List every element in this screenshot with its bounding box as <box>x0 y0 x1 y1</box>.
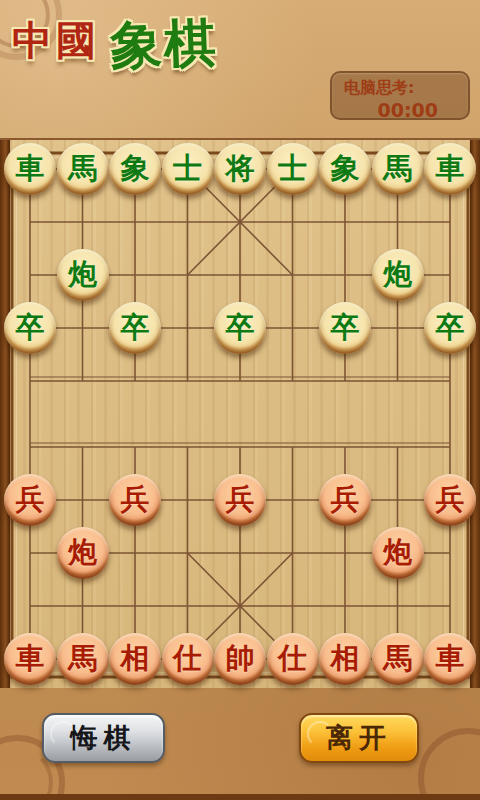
piece-red-f2-r10[interactable]: 馬 <box>57 633 109 685</box>
piece-character: 馬 <box>68 644 97 673</box>
piece-red-f3-r10[interactable]: 相 <box>109 633 161 685</box>
piece-red-f2-r8[interactable]: 炮 <box>57 527 109 579</box>
piece-character: 炮 <box>68 538 97 567</box>
piece-green-f7-r4[interactable]: 卒 <box>319 302 371 354</box>
xiangqi-game-screen: { "game": "xiangqi", "title": { "part_re… <box>0 0 480 800</box>
piece-green-f5-r4[interactable]: 卒 <box>214 302 266 354</box>
piece-character: 帥 <box>226 644 255 673</box>
piece-character: 象 <box>331 154 360 183</box>
piece-green-f9-r1[interactable]: 車 <box>424 143 476 195</box>
piece-green-f9-r4[interactable]: 卒 <box>424 302 476 354</box>
piece-character: 卒 <box>16 313 45 342</box>
piece-red-f3-r7[interactable]: 兵 <box>109 474 161 526</box>
piece-character: 相 <box>121 644 150 673</box>
piece-character: 車 <box>16 644 45 673</box>
piece-green-f3-r1[interactable]: 象 <box>109 143 161 195</box>
piece-character: 兵 <box>436 485 465 514</box>
piece-character: 象 <box>121 154 150 183</box>
piece-red-f8-r10[interactable]: 馬 <box>372 633 424 685</box>
piece-red-f1-r10[interactable]: 車 <box>4 633 56 685</box>
piece-character: 兵 <box>16 485 45 514</box>
parchment-swirl-decoration <box>418 728 480 800</box>
piece-character: 炮 <box>383 260 412 289</box>
piece-character: 車 <box>436 644 465 673</box>
piece-green-f8-r1[interactable]: 馬 <box>372 143 424 195</box>
piece-red-f5-r10[interactable]: 帥 <box>214 633 266 685</box>
piece-red-f4-r10[interactable]: 仕 <box>162 633 214 685</box>
piece-character: 馬 <box>383 154 412 183</box>
piece-character: 卒 <box>121 313 150 342</box>
piece-character: 卒 <box>436 313 465 342</box>
piece-character: 馬 <box>68 154 97 183</box>
piece-character: 卒 <box>331 313 360 342</box>
piece-green-f5-r1[interactable]: 将 <box>214 143 266 195</box>
piece-character: 炮 <box>383 538 412 567</box>
piece-red-f7-r10[interactable]: 相 <box>319 633 371 685</box>
piece-green-f2-r3[interactable]: 炮 <box>57 249 109 301</box>
piece-red-f1-r7[interactable]: 兵 <box>4 474 56 526</box>
piece-character: 兵 <box>121 485 150 514</box>
piece-character: 車 <box>16 154 45 183</box>
piece-character: 将 <box>226 154 255 183</box>
piece-character: 士 <box>173 154 202 183</box>
undo-move-button[interactable]: 悔棋 <box>42 713 165 763</box>
piece-character: 兵 <box>226 485 255 514</box>
piece-red-f9-r7[interactable]: 兵 <box>424 474 476 526</box>
title-xiangqi-text: 象棋 <box>109 8 219 82</box>
piece-green-f4-r1[interactable]: 士 <box>162 143 214 195</box>
piece-green-f2-r1[interactable]: 馬 <box>57 143 109 195</box>
game-title: 中國象棋 <box>12 10 218 80</box>
piece-red-f8-r8[interactable]: 炮 <box>372 527 424 579</box>
piece-red-f5-r7[interactable]: 兵 <box>214 474 266 526</box>
piece-character: 士 <box>278 154 307 183</box>
piece-character: 車 <box>436 154 465 183</box>
computer-thinking-panel: 电脑思考: 00:00 <box>330 71 470 120</box>
piece-character: 炮 <box>68 260 97 289</box>
piece-red-f6-r10[interactable]: 仕 <box>267 633 319 685</box>
piece-character: 相 <box>331 644 360 673</box>
piece-green-f7-r1[interactable]: 象 <box>319 143 371 195</box>
piece-green-f3-r4[interactable]: 卒 <box>109 302 161 354</box>
piece-character: 兵 <box>331 485 360 514</box>
button-swirl-decoration <box>50 721 76 747</box>
button-swirl-decoration <box>307 721 333 747</box>
piece-character: 仕 <box>278 644 307 673</box>
piece-red-f7-r7[interactable]: 兵 <box>319 474 371 526</box>
screen-bottom-edge <box>0 794 480 800</box>
piece-character: 仕 <box>173 644 202 673</box>
piece-green-f1-r1[interactable]: 車 <box>4 143 56 195</box>
title-china-text: 中國 <box>12 16 100 63</box>
thinking-label: 电脑思考: <box>332 73 468 99</box>
leave-game-button[interactable]: 离开 <box>299 713 419 763</box>
piece-green-f6-r1[interactable]: 士 <box>267 143 319 195</box>
piece-red-f9-r10[interactable]: 車 <box>424 633 476 685</box>
xiangqi-board[interactable]: 車馬象士将士象馬車炮炮卒卒卒卒卒兵兵兵兵兵炮炮車馬相仕帥仕相馬車 <box>0 138 480 686</box>
piece-green-f1-r4[interactable]: 卒 <box>4 302 56 354</box>
pieces-layer: 車馬象士将士象馬車炮炮卒卒卒卒卒兵兵兵兵兵炮炮車馬相仕帥仕相馬車 <box>0 140 480 688</box>
piece-character: 馬 <box>383 644 412 673</box>
thinking-timer: 00:00 <box>332 99 468 121</box>
piece-character: 卒 <box>226 313 255 342</box>
piece-green-f8-r3[interactable]: 炮 <box>372 249 424 301</box>
